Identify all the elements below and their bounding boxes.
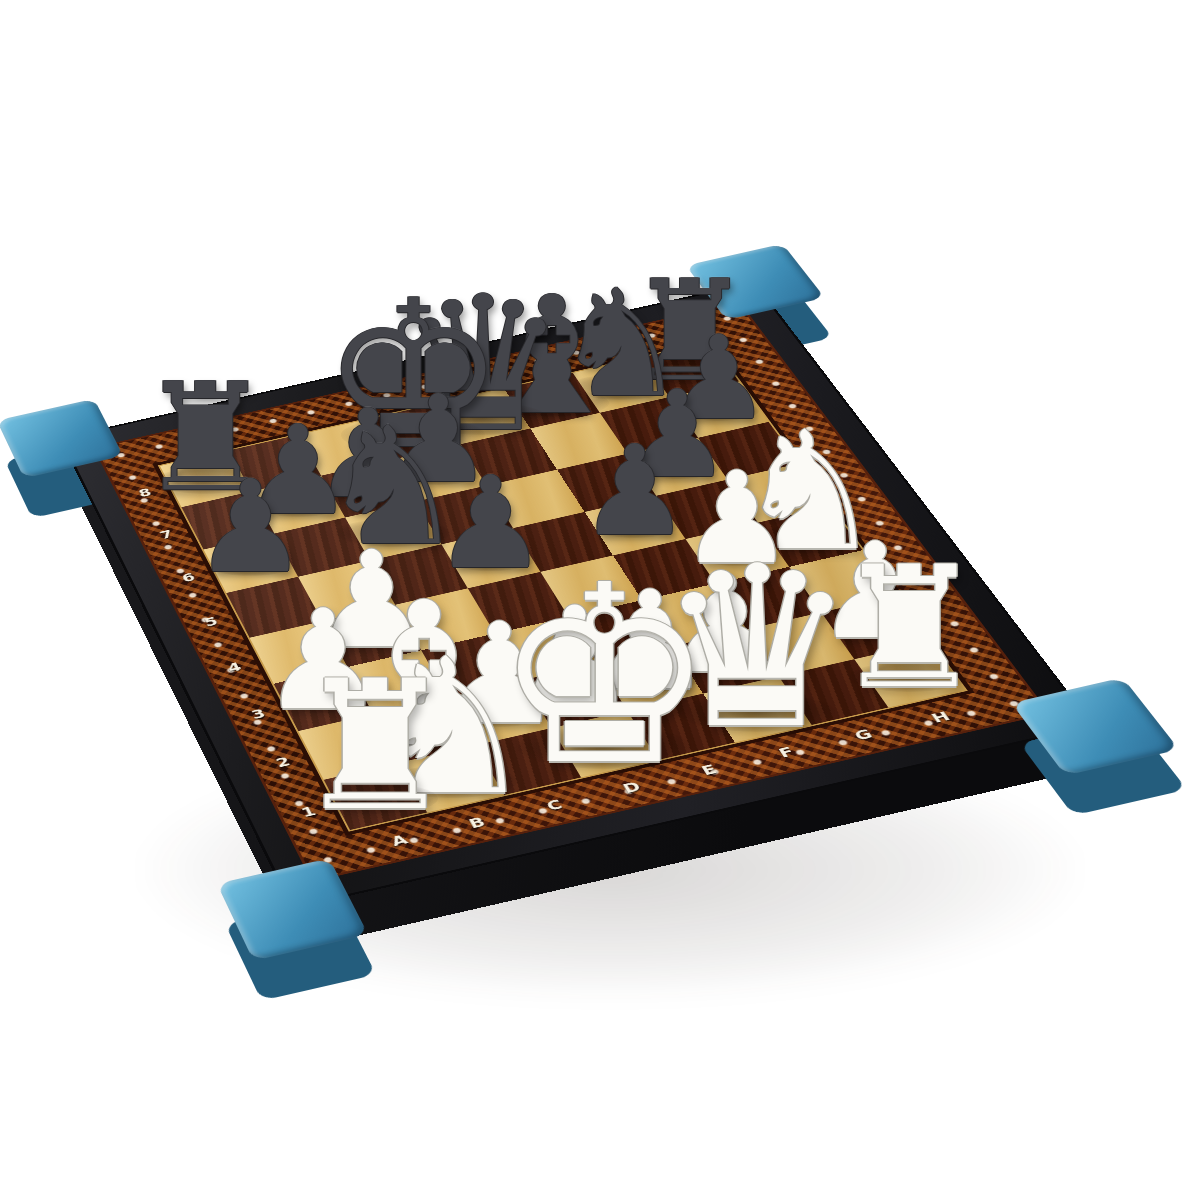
piece-black-rook-a8: ♜ xyxy=(131,363,280,512)
piece-white-bishop-b2: ♝ xyxy=(325,576,524,775)
piece-white-knight-h4: ♞ xyxy=(728,410,892,574)
piece-white-rook-a1: ♜ xyxy=(285,657,464,836)
piece-shadow xyxy=(446,549,535,571)
piece-white-pawn-g4: ♟ xyxy=(674,455,801,582)
piece-black-rook-h8: ♜ xyxy=(620,262,759,401)
piece-shadow xyxy=(850,662,968,691)
piece-shadow xyxy=(341,417,485,453)
piece-shadow xyxy=(494,389,608,418)
piece-shadow xyxy=(678,651,773,675)
piece-black-pawn-d7: ♟ xyxy=(378,379,499,500)
piece-shadow xyxy=(635,458,719,479)
piece-black-pawn-g6: ♟ xyxy=(617,374,737,494)
piece-white-knight-b1: ♞ xyxy=(358,634,546,822)
piece-white-pawn-c2: ♟ xyxy=(430,605,569,744)
piece-shadow xyxy=(678,401,759,421)
piece-shadow xyxy=(417,402,548,435)
piece-shadow xyxy=(325,480,410,501)
piece-shadow xyxy=(312,783,438,814)
piece-shadow xyxy=(255,495,341,517)
piece-shadow xyxy=(753,524,868,553)
piece-shadow xyxy=(602,668,698,692)
piece-black-bishop-f8: ♝ xyxy=(470,274,633,437)
piece-shadow xyxy=(354,715,494,750)
piece-shadow xyxy=(569,374,673,400)
piece-black-pawn-a6: ♟ xyxy=(187,464,315,592)
piece-shadow xyxy=(325,626,418,649)
piece-black-pawn-h7: ♟ xyxy=(661,320,777,436)
piece-shadow xyxy=(206,554,295,576)
piece-shadow xyxy=(386,765,518,798)
piece-black-queen-e8: ♛ xyxy=(389,272,576,459)
piece-black-knight-c6: ♞ xyxy=(311,405,474,568)
piece-black-king-d8: ♚ xyxy=(311,273,516,478)
piece-white-pawn-h2: ♟ xyxy=(809,525,942,658)
piece-shadow xyxy=(526,685,623,709)
piece-shadow xyxy=(451,702,548,726)
piece-white-king-d1: ♚ xyxy=(481,553,728,800)
piece-shadow xyxy=(518,726,691,769)
piece-shadow xyxy=(153,468,258,494)
piece-white-pawn-b4: ♟ xyxy=(305,533,438,666)
product-photo-scene: 8A7B6C5D4E3F2G1H ♜♚♛♝♞♜♟♟♟♟♟♞♟♟♟♟♟♞♟♝♟♟♟… xyxy=(0,0,1200,1200)
piece-black-pawn-d5: ♟ xyxy=(427,460,554,587)
piece-black-knight-g8: ♞ xyxy=(547,270,695,418)
piece-shadow xyxy=(396,464,481,485)
piece-shadow xyxy=(275,689,372,713)
piece-black-pawn-c7: ♟ xyxy=(307,394,429,516)
piece-white-pawn-d2: ♟ xyxy=(506,589,644,727)
piece-black-pawn-b7: ♟ xyxy=(236,409,359,532)
pieces-layer: ♜♚♛♝♞♜♟♟♟♟♟♞♟♟♟♟♟♞♟♝♟♟♟♟♟♜♞♚♛♜ xyxy=(0,0,1200,1200)
piece-white-pawn-e2: ♟ xyxy=(582,573,718,709)
piece-white-rook-h1: ♜ xyxy=(825,545,993,713)
piece-black-pawn-f5: ♟ xyxy=(572,429,697,554)
piece-shadow xyxy=(336,519,450,548)
piece-shadow xyxy=(829,617,922,640)
piece-shadow xyxy=(591,516,678,538)
piece-shadow xyxy=(641,359,738,383)
piece-shadow xyxy=(679,693,835,732)
piece-white-queen-f1: ♛ xyxy=(646,537,869,760)
piece-white-pawn-f2: ♟ xyxy=(657,557,792,692)
piece-white-pawn-a3: ♟ xyxy=(254,592,392,730)
piece-shadow xyxy=(693,544,782,566)
